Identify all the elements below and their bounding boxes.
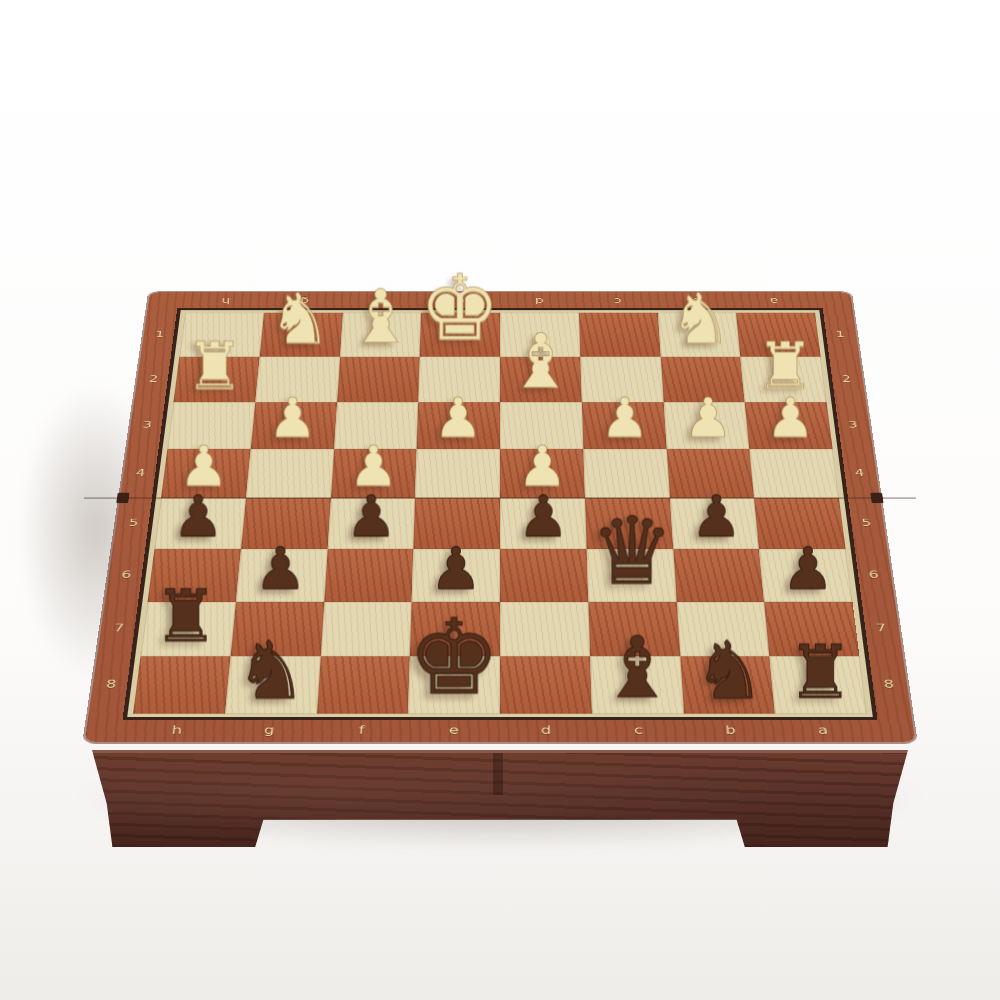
file-label-rotated: a xyxy=(734,295,814,307)
file-label-rotated: f xyxy=(343,295,422,307)
board-grid: ♞♝♚♞♜♝♜♟♟♟♟♟♟♟♟♟♟♟♟♟♟♛♟♜♞♚♝♞♜ xyxy=(133,313,867,714)
file-labels-near: hgfedcba xyxy=(130,722,870,739)
file-label-rotated: g xyxy=(264,295,343,307)
file-label: e xyxy=(407,722,500,739)
square-a8[interactable]: ♜ xyxy=(770,657,867,714)
piece-white-pawn-g3[interactable]: ♟ xyxy=(231,391,353,446)
square-c6[interactable]: ♛ xyxy=(586,549,676,602)
file-label: a xyxy=(776,722,870,739)
file-label: g xyxy=(222,722,316,739)
piece-white-pawn-a3[interactable]: ♟ xyxy=(730,391,852,446)
file-label: c xyxy=(592,722,685,739)
piece-dark-king-e8[interactable]: ♚ xyxy=(387,606,522,710)
piece-dark-pawn-e6[interactable]: ♟ xyxy=(391,540,521,598)
product-photo-scene: hgfedcba hgfedcba 12345678 12345678 ♞♝♚♞… xyxy=(0,0,1000,1000)
file-label-rotated: b xyxy=(656,295,735,307)
playing-area-frame: ♞♝♚♞♜♝♜♟♟♟♟♟♟♟♟♟♟♟♟♟♟♛♟♜♞♚♝♞♜ xyxy=(122,308,877,720)
file-label: h xyxy=(130,722,224,739)
board-frame: hgfedcba hgfedcba 12345678 12345678 ♞♝♚♞… xyxy=(85,292,916,742)
front-clasp-seam xyxy=(493,753,503,795)
square-e6[interactable]: ♟ xyxy=(412,549,500,602)
piece-dark-pawn-f5[interactable]: ♟ xyxy=(307,488,434,545)
file-label-rotated: e xyxy=(421,295,500,307)
rank-label: 4 xyxy=(844,449,875,498)
file-label-rotated: c xyxy=(578,295,657,307)
square-g8[interactable]: ♞ xyxy=(225,657,320,714)
file-label: d xyxy=(500,722,593,739)
piece-dark-rook-a8[interactable]: ♜ xyxy=(753,636,888,710)
piece-dark-pawn-h5[interactable]: ♟ xyxy=(135,488,262,545)
piece-white-rook-h2[interactable]: ♜ xyxy=(155,333,275,398)
square-a3[interactable]: ♟ xyxy=(745,402,833,449)
file-label-rotated: d xyxy=(500,295,579,307)
file-label-rotated: h xyxy=(186,295,266,307)
piece-dark-pawn-a6[interactable]: ♟ xyxy=(743,540,873,598)
piece-dark-queen-c6[interactable]: ♛ xyxy=(567,504,697,597)
rank-label: 8 xyxy=(94,657,128,714)
square-e8[interactable]: ♚ xyxy=(408,657,500,714)
file-label: b xyxy=(684,722,778,739)
file-labels-far: hgfedcba xyxy=(186,295,814,307)
file-label: f xyxy=(315,722,408,739)
chessboard: hgfedcba hgfedcba 12345678 12345678 ♞♝♚♞… xyxy=(85,292,916,742)
piece-white-pawn-e3[interactable]: ♟ xyxy=(397,391,519,446)
square-a6[interactable]: ♟ xyxy=(759,549,852,602)
piece-dark-knight-g8[interactable]: ♞ xyxy=(204,630,339,710)
piece-white-bishop-d2[interactable]: ♝ xyxy=(481,324,601,399)
